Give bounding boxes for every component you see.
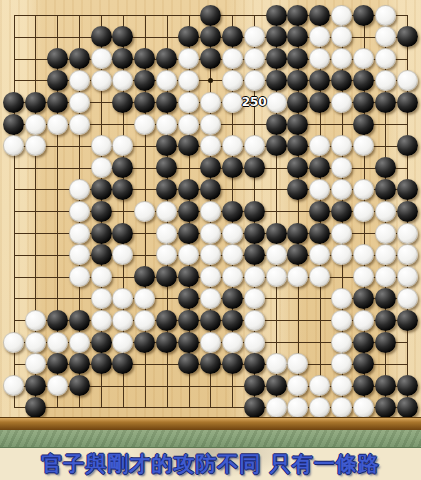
white-stone <box>134 114 155 135</box>
black-stone <box>309 5 330 26</box>
white-stone <box>353 266 374 287</box>
black-stone <box>200 157 221 178</box>
black-stone <box>397 135 418 156</box>
white-stone <box>331 310 352 331</box>
white-stone <box>156 114 177 135</box>
white-stone <box>331 288 352 309</box>
black-stone <box>69 48 90 69</box>
black-stone <box>375 375 396 396</box>
black-stone <box>266 375 287 396</box>
white-stone <box>69 332 90 353</box>
black-stone <box>309 92 330 113</box>
black-stone <box>156 266 177 287</box>
white-stone <box>69 70 90 91</box>
white-stone <box>331 48 352 69</box>
black-stone <box>397 201 418 222</box>
black-stone <box>309 223 330 244</box>
black-stone <box>397 179 418 200</box>
white-stone <box>222 332 243 353</box>
white-stone <box>69 201 90 222</box>
white-stone <box>309 244 330 265</box>
white-stone <box>156 70 177 91</box>
black-stone <box>222 201 243 222</box>
black-stone <box>91 244 112 265</box>
black-stone <box>287 26 308 47</box>
black-stone <box>200 179 221 200</box>
black-stone <box>156 332 177 353</box>
black-stone <box>69 353 90 374</box>
white-stone <box>222 223 243 244</box>
board-front-edge <box>0 417 421 430</box>
black-stone <box>309 157 330 178</box>
white-stone <box>69 92 90 113</box>
black-stone <box>287 92 308 113</box>
white-stone <box>375 266 396 287</box>
white-stone <box>222 266 243 287</box>
black-stone <box>375 310 396 331</box>
white-stone <box>3 375 24 396</box>
white-stone <box>266 92 287 113</box>
black-stone <box>287 70 308 91</box>
table-strip <box>0 430 421 448</box>
black-stone <box>266 135 287 156</box>
black-stone <box>244 157 265 178</box>
black-stone <box>353 353 374 374</box>
black-stone <box>156 157 177 178</box>
white-stone <box>178 244 199 265</box>
white-stone <box>266 244 287 265</box>
white-stone <box>375 26 396 47</box>
black-stone <box>287 244 308 265</box>
black-stone <box>25 92 46 113</box>
white-stone <box>69 244 90 265</box>
black-stone <box>287 48 308 69</box>
white-stone <box>134 288 155 309</box>
white-stone <box>397 70 418 91</box>
white-stone <box>91 70 112 91</box>
white-stone <box>112 288 133 309</box>
white-stone <box>331 157 352 178</box>
white-stone <box>244 332 265 353</box>
white-stone <box>91 157 112 178</box>
white-stone <box>25 353 46 374</box>
black-stone <box>287 157 308 178</box>
black-stone <box>47 48 68 69</box>
black-stone <box>353 332 374 353</box>
white-stone <box>69 179 90 200</box>
white-stone <box>309 26 330 47</box>
black-stone <box>69 310 90 331</box>
white-stone <box>200 266 221 287</box>
white-stone <box>266 353 287 374</box>
black-stone <box>91 26 112 47</box>
black-stone <box>375 397 396 418</box>
white-stone <box>3 332 24 353</box>
white-stone <box>353 179 374 200</box>
white-stone <box>287 353 308 374</box>
white-stone <box>375 70 396 91</box>
white-stone <box>375 5 396 26</box>
white-stone <box>331 179 352 200</box>
white-stone <box>222 135 243 156</box>
black-stone <box>287 179 308 200</box>
black-stone <box>222 288 243 309</box>
black-stone <box>353 92 374 113</box>
white-stone <box>331 92 352 113</box>
black-stone <box>244 397 265 418</box>
white-stone <box>156 244 177 265</box>
black-stone <box>178 310 199 331</box>
black-stone <box>134 48 155 69</box>
black-stone <box>200 26 221 47</box>
white-stone <box>47 332 68 353</box>
black-stone <box>266 26 287 47</box>
black-stone <box>244 375 265 396</box>
white-stone <box>244 70 265 91</box>
black-stone <box>266 5 287 26</box>
black-stone <box>331 70 352 91</box>
black-stone <box>287 135 308 156</box>
white-stone <box>309 266 330 287</box>
white-stone <box>222 70 243 91</box>
black-stone <box>25 375 46 396</box>
white-stone <box>200 288 221 309</box>
black-stone <box>397 397 418 418</box>
black-stone <box>156 92 177 113</box>
black-stone <box>91 353 112 374</box>
white-stone <box>309 48 330 69</box>
black-stone <box>3 92 24 113</box>
white-stone <box>222 92 243 113</box>
go-board[interactable]: 250 <box>0 0 421 417</box>
black-stone <box>134 332 155 353</box>
black-stone <box>156 310 177 331</box>
black-stone <box>222 310 243 331</box>
black-stone <box>69 375 90 396</box>
black-stone <box>156 179 177 200</box>
white-stone <box>47 375 68 396</box>
white-stone <box>353 244 374 265</box>
white-stone <box>397 288 418 309</box>
black-stone <box>353 288 374 309</box>
white-stone <box>331 353 352 374</box>
black-stone <box>244 244 265 265</box>
black-stone <box>287 114 308 135</box>
black-stone <box>178 353 199 374</box>
white-stone <box>266 397 287 418</box>
black-stone <box>25 397 46 418</box>
white-stone <box>47 114 68 135</box>
caption-text: 官子與剛才的攻防不同 只有一條路 <box>41 450 379 478</box>
white-stone <box>200 244 221 265</box>
white-stone <box>91 266 112 287</box>
white-stone <box>200 114 221 135</box>
white-stone <box>25 135 46 156</box>
black-stone <box>178 288 199 309</box>
black-stone <box>353 70 374 91</box>
black-stone <box>266 70 287 91</box>
white-stone <box>200 92 221 113</box>
white-stone <box>331 135 352 156</box>
black-stone <box>200 353 221 374</box>
white-stone <box>222 244 243 265</box>
white-stone <box>112 135 133 156</box>
white-stone <box>91 288 112 309</box>
white-stone <box>244 26 265 47</box>
black-stone <box>178 26 199 47</box>
white-stone <box>331 223 352 244</box>
black-stone <box>287 5 308 26</box>
black-stone <box>331 201 352 222</box>
white-stone <box>134 201 155 222</box>
white-stone <box>375 201 396 222</box>
black-stone <box>397 310 418 331</box>
white-stone <box>397 266 418 287</box>
black-stone <box>266 48 287 69</box>
white-stone <box>244 266 265 287</box>
black-stone <box>397 26 418 47</box>
black-stone <box>266 223 287 244</box>
black-stone <box>375 332 396 353</box>
black-stone <box>178 223 199 244</box>
black-stone <box>200 5 221 26</box>
black-stone <box>112 48 133 69</box>
white-stone <box>309 375 330 396</box>
white-stone <box>353 135 374 156</box>
white-stone <box>200 332 221 353</box>
white-stone <box>287 266 308 287</box>
white-stone <box>309 179 330 200</box>
white-stone <box>353 201 374 222</box>
white-stone <box>178 114 199 135</box>
black-stone <box>200 48 221 69</box>
white-stone <box>91 310 112 331</box>
white-stone <box>156 201 177 222</box>
white-stone <box>397 223 418 244</box>
black-stone <box>397 92 418 113</box>
black-stone <box>112 223 133 244</box>
white-stone <box>200 201 221 222</box>
white-stone <box>112 310 133 331</box>
black-stone <box>375 179 396 200</box>
black-stone <box>353 5 374 26</box>
white-stone <box>178 92 199 113</box>
black-stone <box>244 201 265 222</box>
black-stone <box>91 223 112 244</box>
white-stone <box>397 244 418 265</box>
white-stone <box>353 310 374 331</box>
white-stone <box>287 397 308 418</box>
black-stone <box>244 223 265 244</box>
white-stone <box>3 135 24 156</box>
black-stone <box>112 92 133 113</box>
white-stone <box>25 332 46 353</box>
black-stone <box>156 135 177 156</box>
white-stone <box>91 48 112 69</box>
black-stone <box>244 353 265 374</box>
white-stone <box>331 26 352 47</box>
black-stone <box>47 92 68 113</box>
black-stone <box>266 114 287 135</box>
caption-bar: 官子與剛才的攻防不同 只有一條路 <box>0 448 421 480</box>
white-stone <box>244 288 265 309</box>
black-stone <box>222 353 243 374</box>
white-stone <box>331 5 352 26</box>
black-stone <box>397 375 418 396</box>
black-stone <box>375 288 396 309</box>
white-stone <box>134 310 155 331</box>
black-stone <box>309 70 330 91</box>
black-stone <box>91 332 112 353</box>
white-stone <box>69 266 90 287</box>
black-stone <box>200 310 221 331</box>
white-stone <box>287 375 308 396</box>
white-stone <box>309 135 330 156</box>
white-stone <box>353 48 374 69</box>
black-stone <box>375 92 396 113</box>
white-stone <box>69 223 90 244</box>
white-stone <box>200 223 221 244</box>
white-stone <box>112 332 133 353</box>
black-stone <box>178 201 199 222</box>
white-stone <box>266 266 287 287</box>
white-stone <box>112 70 133 91</box>
black-stone <box>134 92 155 113</box>
white-stone <box>112 244 133 265</box>
white-stone <box>178 48 199 69</box>
white-stone <box>331 397 352 418</box>
black-stone <box>287 223 308 244</box>
white-stone <box>178 70 199 91</box>
black-stone <box>222 157 243 178</box>
black-stone <box>112 179 133 200</box>
black-stone <box>47 70 68 91</box>
white-stone <box>331 375 352 396</box>
black-stone <box>178 179 199 200</box>
black-stone <box>112 157 133 178</box>
black-stone <box>134 70 155 91</box>
black-stone <box>222 26 243 47</box>
black-stone <box>353 114 374 135</box>
white-stone <box>244 135 265 156</box>
black-stone <box>47 310 68 331</box>
black-stone <box>353 375 374 396</box>
white-stone <box>375 48 396 69</box>
white-stone <box>353 397 374 418</box>
black-stone <box>156 48 177 69</box>
white-stone <box>309 397 330 418</box>
white-stone <box>25 114 46 135</box>
white-stone <box>69 114 90 135</box>
screenshot: 250 官子與剛才的攻防不同 只有一條路 <box>0 0 421 480</box>
white-stone <box>222 48 243 69</box>
black-stone <box>91 201 112 222</box>
white-stone <box>244 48 265 69</box>
black-stone <box>47 353 68 374</box>
black-stone <box>112 353 133 374</box>
white-stone <box>200 135 221 156</box>
white-stone <box>331 332 352 353</box>
black-stone <box>91 179 112 200</box>
white-stone <box>25 310 46 331</box>
black-stone <box>134 266 155 287</box>
black-stone <box>112 26 133 47</box>
white-stone <box>375 223 396 244</box>
white-stone <box>91 135 112 156</box>
white-stone <box>375 244 396 265</box>
black-stone <box>178 266 199 287</box>
black-stone <box>178 332 199 353</box>
black-stone <box>3 114 24 135</box>
black-stone <box>375 157 396 178</box>
black-stone <box>178 135 199 156</box>
hoshi-point <box>208 78 213 83</box>
black-stone <box>309 201 330 222</box>
white-stone <box>244 310 265 331</box>
white-stone <box>156 223 177 244</box>
white-stone <box>331 244 352 265</box>
